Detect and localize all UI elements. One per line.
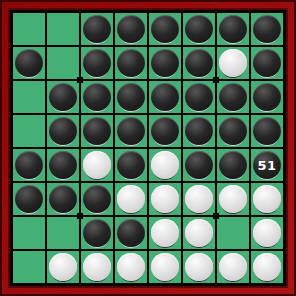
white-disc <box>49 253 77 281</box>
cell-b2[interactable] <box>47 47 79 79</box>
cell-b6[interactable] <box>47 183 79 215</box>
cell-h3[interactable] <box>251 81 283 113</box>
cell-a5[interactable] <box>13 149 45 181</box>
black-disc <box>117 83 145 111</box>
white-disc <box>83 253 111 281</box>
cell-h4[interactable] <box>251 115 283 147</box>
cell-g7[interactable] <box>217 217 249 249</box>
cell-f7[interactable] <box>183 217 215 249</box>
cell-h2[interactable] <box>251 47 283 79</box>
black-disc <box>83 219 111 247</box>
cell-e8[interactable] <box>149 251 181 283</box>
cell-g4[interactable] <box>217 115 249 147</box>
white-disc <box>185 253 213 281</box>
black-disc <box>219 83 247 111</box>
cell-b8[interactable] <box>47 251 79 283</box>
black-disc <box>83 185 111 213</box>
cell-d4[interactable] <box>115 115 147 147</box>
cell-b3[interactable] <box>47 81 79 113</box>
white-disc <box>151 151 179 179</box>
black-disc <box>185 49 213 77</box>
cell-e1[interactable] <box>149 13 181 45</box>
board-border: 51 <box>10 10 286 286</box>
white-disc <box>151 219 179 247</box>
cell-a8[interactable] <box>13 251 45 283</box>
black-disc <box>49 83 77 111</box>
cell-a1[interactable] <box>13 13 45 45</box>
cell-b5[interactable] <box>47 149 79 181</box>
black-disc <box>117 15 145 43</box>
cell-h1[interactable] <box>251 13 283 45</box>
cell-f8[interactable] <box>183 251 215 283</box>
black-disc <box>83 83 111 111</box>
black-disc <box>219 151 247 179</box>
black-disc <box>185 117 213 145</box>
white-disc <box>219 49 247 77</box>
star-point <box>213 77 219 83</box>
cell-c2[interactable] <box>81 47 113 79</box>
othello-board: 51 <box>13 13 283 283</box>
cell-e7[interactable] <box>149 217 181 249</box>
black-disc <box>253 49 281 77</box>
black-disc <box>15 151 43 179</box>
black-disc <box>151 117 179 145</box>
cell-d5[interactable] <box>115 149 147 181</box>
cell-g8[interactable] <box>217 251 249 283</box>
black-disc <box>117 49 145 77</box>
white-disc <box>117 253 145 281</box>
black-disc <box>219 15 247 43</box>
black-disc <box>83 117 111 145</box>
black-disc <box>219 117 247 145</box>
cell-d2[interactable] <box>115 47 147 79</box>
black-disc <box>49 151 77 179</box>
cell-a2[interactable] <box>13 47 45 79</box>
cell-c3[interactable] <box>81 81 113 113</box>
black-disc <box>151 15 179 43</box>
board-frame: 51 <box>0 0 296 296</box>
white-disc <box>219 185 247 213</box>
black-disc <box>185 151 213 179</box>
black-disc <box>151 49 179 77</box>
cell-g1[interactable] <box>217 13 249 45</box>
cell-g3[interactable] <box>217 81 249 113</box>
cell-b1[interactable] <box>47 13 79 45</box>
cell-a3[interactable] <box>13 81 45 113</box>
black-disc <box>49 185 77 213</box>
cell-f2[interactable] <box>183 47 215 79</box>
cell-e2[interactable] <box>149 47 181 79</box>
cell-d8[interactable] <box>115 251 147 283</box>
cell-d7[interactable] <box>115 217 147 249</box>
cell-d3[interactable] <box>115 81 147 113</box>
white-disc <box>151 253 179 281</box>
white-disc <box>185 185 213 213</box>
cell-h6[interactable] <box>251 183 283 215</box>
black-disc <box>83 15 111 43</box>
white-disc <box>219 253 247 281</box>
cell-g5[interactable] <box>217 149 249 181</box>
white-disc <box>185 219 213 247</box>
cell-b4[interactable] <box>47 115 79 147</box>
cell-c4[interactable] <box>81 115 113 147</box>
cell-g6[interactable] <box>217 183 249 215</box>
cell-d1[interactable] <box>115 13 147 45</box>
cell-f6[interactable] <box>183 183 215 215</box>
cell-f4[interactable] <box>183 115 215 147</box>
cell-a7[interactable] <box>13 217 45 249</box>
white-disc <box>253 185 281 213</box>
cell-g2[interactable] <box>217 47 249 79</box>
cell-e4[interactable] <box>149 115 181 147</box>
cell-c8[interactable] <box>81 251 113 283</box>
board-frame-inner-edge: 51 <box>8 8 288 288</box>
black-disc <box>117 219 145 247</box>
black-disc <box>117 117 145 145</box>
white-disc <box>253 219 281 247</box>
white-disc <box>117 185 145 213</box>
cell-f5[interactable] <box>183 149 215 181</box>
black-disc <box>185 83 213 111</box>
cell-e6[interactable] <box>149 183 181 215</box>
white-disc <box>83 151 111 179</box>
cell-h5[interactable]: 51 <box>251 149 283 181</box>
cell-c1[interactable] <box>81 13 113 45</box>
black-disc <box>253 83 281 111</box>
cell-h7[interactable] <box>251 217 283 249</box>
black-disc <box>253 117 281 145</box>
star-point <box>77 77 83 83</box>
black-disc <box>15 49 43 77</box>
black-disc <box>117 151 145 179</box>
black-disc: 51 <box>253 151 281 179</box>
cell-h8[interactable] <box>251 251 283 283</box>
white-disc <box>253 253 281 281</box>
black-disc <box>185 15 213 43</box>
cell-e5[interactable] <box>149 149 181 181</box>
white-disc <box>151 185 179 213</box>
cell-e3[interactable] <box>149 81 181 113</box>
black-disc <box>49 117 77 145</box>
black-disc <box>15 185 43 213</box>
cell-c6[interactable] <box>81 183 113 215</box>
move-number-label: 51 <box>257 158 276 173</box>
cell-a4[interactable] <box>13 115 45 147</box>
black-disc <box>83 49 111 77</box>
cell-c5[interactable] <box>81 149 113 181</box>
black-disc <box>253 15 281 43</box>
cell-f1[interactable] <box>183 13 215 45</box>
black-disc <box>151 83 179 111</box>
cell-c7[interactable] <box>81 217 113 249</box>
cell-b7[interactable] <box>47 217 79 249</box>
cell-a6[interactable] <box>13 183 45 215</box>
cell-d6[interactable] <box>115 183 147 215</box>
star-point <box>77 213 83 219</box>
star-point <box>213 213 219 219</box>
cell-f3[interactable] <box>183 81 215 113</box>
